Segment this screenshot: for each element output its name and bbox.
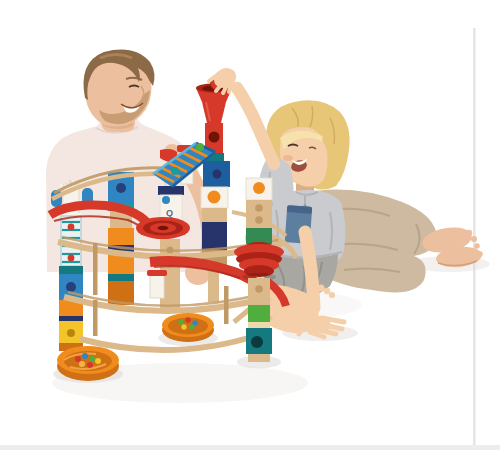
floor-edge-strip xyxy=(0,445,500,450)
marble-run-photo: Q xyxy=(0,0,500,450)
quadrilla-logo: Q xyxy=(166,208,173,218)
orange-spiral-bowl-center xyxy=(162,313,214,342)
support-post xyxy=(93,300,98,336)
marble-on-ramp xyxy=(171,167,179,175)
block-hole xyxy=(116,183,126,193)
marble-on-rail xyxy=(162,196,170,204)
orange-spiral-bowl-left xyxy=(57,346,119,381)
orange-ball-window xyxy=(208,191,221,204)
support-post xyxy=(93,243,98,295)
block-hole xyxy=(213,170,222,179)
block-hole xyxy=(251,336,263,348)
child-cheek xyxy=(283,155,293,161)
block-hole xyxy=(67,329,75,337)
marble xyxy=(68,224,75,231)
block-hole xyxy=(66,282,76,292)
block-hole xyxy=(255,216,263,224)
block-tower-2 xyxy=(108,172,134,305)
funnel-side-hole xyxy=(209,132,220,143)
block-hole xyxy=(255,285,263,293)
support-post xyxy=(224,286,229,324)
orange-ball-window xyxy=(253,182,265,194)
marble-on-ramp xyxy=(196,143,204,151)
marble xyxy=(68,255,75,262)
photo-scene: Q xyxy=(0,0,500,450)
block-hole xyxy=(255,204,263,212)
red-spiral-funnel xyxy=(136,217,190,239)
